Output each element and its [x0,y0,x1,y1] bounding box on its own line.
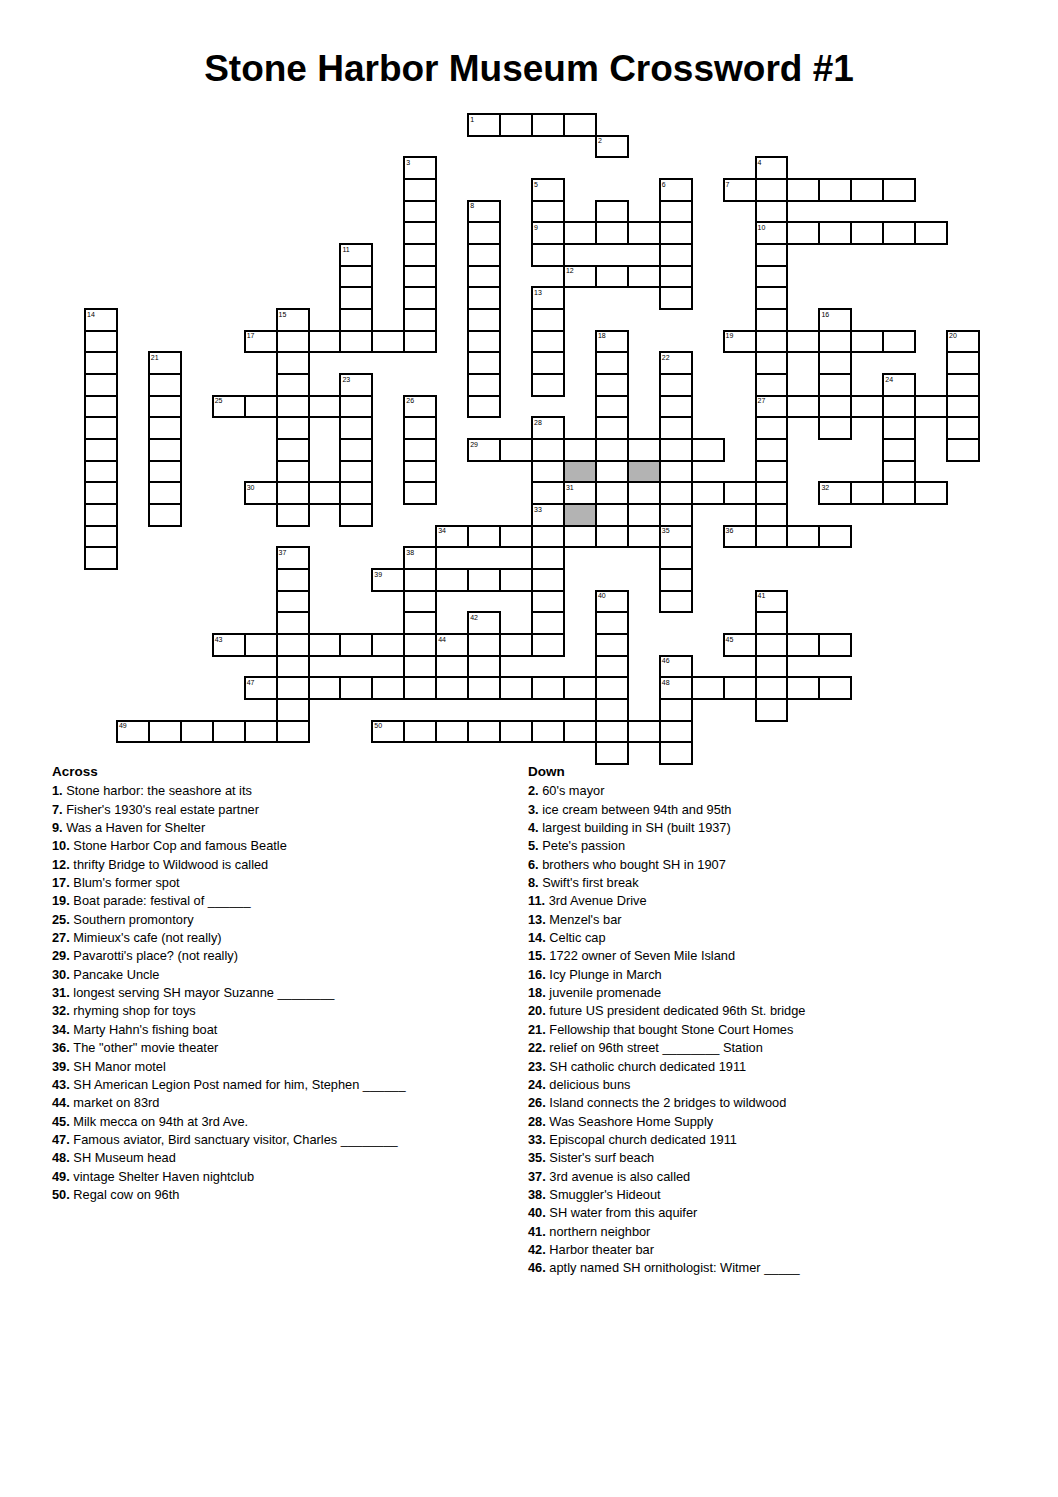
grid-cell[interactable] [403,460,437,484]
down-clue-list: Down 2. 60's mayor3. ice cream between 9… [528,763,1028,1278]
cell-number-31: 31 [566,484,574,491]
grid-cell[interactable] [659,243,693,267]
grid-cell[interactable] [403,265,437,289]
grid-cell[interactable] [659,438,693,462]
grid-cell[interactable] [403,438,437,462]
cell-number-18: 18 [598,332,606,339]
grid-cell[interactable] [499,676,533,700]
grid-cell[interactable] [595,265,629,289]
grid-cell[interactable] [595,373,629,397]
grid-cell[interactable] [595,633,629,657]
grid-cell[interactable] [467,351,501,375]
grid-cell[interactable] [627,265,661,289]
grid-cell[interactable] [755,611,789,635]
cell-number-36: 36 [726,527,734,534]
grid-cell[interactable] [467,568,501,592]
grid-cell[interactable] [850,330,884,354]
grid-cell[interactable] [818,633,852,657]
grid-cell[interactable] [755,655,789,679]
grid-cell[interactable] [659,590,693,614]
clue-down-40: 40. SH water from this aquifer [528,1204,1028,1222]
grid-cell[interactable] [339,308,373,332]
grid-cell[interactable] [882,330,916,354]
grid-cell[interactable] [946,373,980,397]
grid-cell[interactable] [786,221,820,245]
grid-cell[interactable] [627,438,661,462]
grid-cell[interactable] [818,221,852,245]
grid-cell[interactable] [882,395,916,419]
grid-cell[interactable] [946,395,980,419]
grid-cell[interactable] [531,438,565,462]
clue-down-14: 14. Celtic cap [528,929,1028,947]
grid-cell[interactable] [563,438,597,462]
grid-cell[interactable] [308,395,342,419]
grid-cell[interactable] [659,416,693,440]
grid-cell[interactable] [339,265,373,289]
grid-cell[interactable] [755,286,789,310]
grid-cell[interactable] [499,633,533,657]
grid-cell[interactable] [84,395,118,419]
grid-cell[interactable] [595,438,629,462]
clue-across-7: 7. Fisher's 1930's real estate partner [52,801,522,819]
grid-cell[interactable] [946,351,980,375]
cell-number-2: 2 [598,137,602,144]
grid-cell[interactable] [531,308,565,332]
grid-cell[interactable] [276,720,310,744]
cell-number-38: 38 [406,549,414,556]
grid-cell[interactable] [148,503,182,527]
grid-cell[interactable] [531,351,565,375]
grid-cell[interactable] [659,395,693,419]
grid-cell[interactable] [371,633,405,657]
grid-cell[interactable] [659,741,693,765]
clue-across-27: 27. Mimieux's cafe (not really) [52,929,522,947]
grid-cell[interactable] [339,438,373,462]
cell-number-20: 20 [949,332,957,339]
grid-cell[interactable] [627,481,661,505]
grid-cell[interactable] [244,720,278,744]
grid-cell[interactable] [84,546,118,570]
grid-cell[interactable] [403,633,437,657]
cell-number-25: 25 [215,397,223,404]
grid-cell[interactable] [403,611,437,635]
grid-cell[interactable] [818,330,852,354]
grid-cell[interactable] [755,676,789,700]
cell-number-1: 1 [470,116,474,123]
grid-cell[interactable] [627,221,661,245]
grid-cell[interactable] [755,243,789,267]
grid-cell[interactable] [755,265,789,289]
grid-cell[interactable] [467,720,501,744]
grid-cell[interactable] [276,676,310,700]
grid-cell[interactable] [403,308,437,332]
grid-cell[interactable] [467,373,501,397]
grid-cell[interactable] [755,373,789,397]
grid-cell[interactable] [308,481,342,505]
grid-cell[interactable] [595,460,629,484]
cell-number-35: 35 [662,527,670,534]
cell-number-46: 46 [662,657,670,664]
grid-cell[interactable] [786,633,820,657]
cell-number-14: 14 [87,311,95,318]
grid-cell[interactable] [84,525,118,549]
grid-cell[interactable] [371,676,405,700]
grid-cell[interactable] [659,373,693,397]
grid-cell[interactable] [531,373,565,397]
grid-cell[interactable] [84,481,118,505]
clue-down-5: 5. Pete's passion [528,837,1028,855]
grid-cell[interactable] [339,460,373,484]
grid-cell[interactable] [755,200,789,224]
grid-cell[interactable] [914,221,948,245]
clue-across-1: 1. Stone harbor: the seashore at its [52,782,522,800]
cell-number-3: 3 [406,159,410,166]
grid-cell[interactable] [563,676,597,700]
grid-cell[interactable] [755,308,789,332]
grid-cell[interactable] [946,416,980,440]
grid-cell[interactable] [755,503,789,527]
grid-cell[interactable] [531,243,565,267]
grid-cell[interactable] [563,113,597,137]
clue-across-29: 29. Pavarotti's place? (not really) [52,947,522,965]
grid-cell[interactable] [595,351,629,375]
grid-cell[interactable] [595,503,629,527]
grid-cell[interactable] [691,438,725,462]
grid-cell[interactable] [148,720,182,744]
across-clues-container: 1. Stone harbor: the seashore at its7. F… [52,782,522,1204]
grid-cell[interactable] [339,633,373,657]
cell-number-49: 49 [119,722,127,729]
grid-cell[interactable] [818,395,852,419]
grid-cell[interactable] [276,481,310,505]
grid-cell[interactable] [371,330,405,354]
grid-cell[interactable] [659,568,693,592]
grid-cell[interactable] [563,720,597,744]
clue-down-41: 41. northern neighbor [528,1223,1028,1241]
grid-cell[interactable] [244,633,278,657]
grid-cell[interactable] [499,438,533,462]
grid-cell[interactable] [691,481,725,505]
grid-cell[interactable] [276,351,310,375]
grid-cell[interactable] [850,481,884,505]
cell-number-42: 42 [470,614,478,621]
grid-cell[interactable] [786,330,820,354]
grid-cell[interactable] [403,200,437,224]
clue-across-50: 50. Regal cow on 96th [52,1186,522,1204]
grid-cell[interactable] [659,265,693,289]
grid-cell[interactable] [308,676,342,700]
grid-cell[interactable] [467,525,501,549]
grid-cell[interactable] [882,178,916,202]
grid-cell[interactable] [84,351,118,375]
grid-cell[interactable] [276,460,310,484]
grid-cell[interactable] [403,481,437,505]
grid-cell[interactable] [531,676,565,700]
grid-cell[interactable] [755,416,789,440]
clue-across-48: 48. SH Museum head [52,1149,522,1167]
grid-cell[interactable] [946,438,980,462]
clue-across-9: 9. Was a Haven for Shelter [52,819,522,837]
grid-cell[interactable] [723,481,757,505]
cell-number-30: 30 [247,484,255,491]
clue-across-25: 25. Southern promontory [52,911,522,929]
grid-cell[interactable] [276,655,310,679]
grid-cell[interactable] [435,676,469,700]
grid-cell[interactable] [914,481,948,505]
grid-cell[interactable] [723,676,757,700]
grid-cell[interactable] [659,221,693,245]
grid-cell[interactable] [339,330,373,354]
grid-cell[interactable] [499,525,533,549]
grid-cell[interactable] [403,416,437,440]
grid-cell[interactable] [850,221,884,245]
cell-number-13: 13 [534,289,542,296]
grid-cell[interactable] [595,416,629,440]
grid-cell[interactable] [467,308,501,332]
cell-number-28: 28 [534,419,542,426]
grid-cell[interactable] [659,503,693,527]
grid-cell[interactable] [276,416,310,440]
grid-cell[interactable] [595,676,629,700]
grid-cell[interactable] [499,113,533,137]
grid-cell[interactable] [691,676,725,700]
grid-cell[interactable] [531,330,565,354]
grid-cell-shaded [563,503,597,527]
clue-down-26: 26. Island connects the 2 bridges to wil… [528,1094,1028,1112]
grid-cell[interactable] [148,416,182,440]
grid-cell[interactable] [499,568,533,592]
grid-cell[interactable] [595,655,629,679]
grid-cell[interactable] [595,525,629,549]
grid-cell[interactable] [914,395,948,419]
grid-cell[interactable] [755,330,789,354]
grid-cell[interactable] [276,633,310,657]
grid-cell[interactable] [595,200,629,224]
grid-cell[interactable] [755,481,789,505]
grid-cell[interactable] [882,438,916,462]
clue-down-11: 11. 3rd Avenue Drive [528,892,1028,910]
grid-cell[interactable] [403,676,437,700]
cell-number-10: 10 [758,224,766,231]
down-heading: Down [528,763,1028,781]
grid-cell[interactable] [339,286,373,310]
grid-cell[interactable] [595,481,629,505]
cell-number-19: 19 [726,332,734,339]
grid-cell[interactable] [435,568,469,592]
grid-cell[interactable] [755,460,789,484]
grid-cell[interactable] [308,330,342,354]
grid-cell[interactable] [148,395,182,419]
grid-cell[interactable] [339,503,373,527]
grid-cell[interactable] [659,286,693,310]
grid-cell[interactable] [882,460,916,484]
grid-cell[interactable] [818,416,852,440]
grid-cell[interactable] [627,503,661,527]
grid-cell[interactable] [276,568,310,592]
grid-cell[interactable] [755,178,789,202]
clue-across-34: 34. Marty Hahn's fishing boat [52,1021,522,1039]
grid-cell[interactable] [786,525,820,549]
grid-cell[interactable] [244,395,278,419]
grid-cell[interactable] [818,178,852,202]
grid-cell[interactable] [467,655,501,679]
across-clue-list: Across 1. Stone harbor: the seashore at … [52,763,522,1204]
grid-cell[interactable] [755,351,789,375]
grid-cell[interactable] [339,676,373,700]
grid-cell[interactable] [595,741,629,765]
grid-cell[interactable] [276,438,310,462]
clue-down-22: 22. relief on 96th street ________ Stati… [528,1039,1028,1057]
clue-across-31: 31. longest serving SH mayor Suzanne ___… [52,984,522,1002]
grid-cell[interactable] [84,330,118,354]
grid-cell[interactable] [531,611,565,635]
grid-cell[interactable] [531,113,565,137]
cell-number-37: 37 [279,549,287,556]
clue-down-16: 16. Icy Plunge in March [528,966,1028,984]
grid-cell[interactable] [755,698,789,722]
grid-cell[interactable] [467,265,501,289]
grid-cell[interactable] [276,373,310,397]
grid-cell[interactable] [403,590,437,614]
grid-cell[interactable] [84,373,118,397]
grid-cell[interactable] [531,720,565,744]
clue-down-15: 15. 1722 owner of Seven Mile Island [528,947,1028,965]
grid-cell[interactable] [755,633,789,657]
grid-cell[interactable] [755,438,789,462]
grid-cell[interactable] [786,178,820,202]
grid-cell[interactable] [339,481,373,505]
grid-cell[interactable] [818,373,852,397]
grid-cell[interactable] [467,330,501,354]
grid-cell[interactable] [818,676,852,700]
grid-cell[interactable] [84,438,118,462]
cell-number-5: 5 [534,181,538,188]
grid-cell[interactable] [563,221,597,245]
grid-cell[interactable] [595,698,629,722]
grid-cell[interactable] [467,676,501,700]
grid-cell[interactable] [403,243,437,267]
clue-down-3: 3. ice cream between 94th and 95th [528,801,1028,819]
grid-cell[interactable] [403,221,437,245]
grid-cell[interactable] [595,720,629,744]
grid-cell-shaded [563,460,597,484]
cell-number-9: 9 [534,224,538,231]
grid-cell[interactable] [339,416,373,440]
grid-cell[interactable] [659,546,693,570]
grid-cell[interactable] [531,525,565,549]
grid-cell[interactable] [659,460,693,484]
grid-cell[interactable] [276,395,310,419]
grid-cell[interactable] [531,590,565,614]
grid-cell[interactable] [148,481,182,505]
grid-cell[interactable] [659,698,693,722]
clue-across-32: 32. rhyming shop for toys [52,1002,522,1020]
grid-cell[interactable] [531,200,565,224]
grid-cell[interactable] [276,330,310,354]
grid-cell[interactable] [148,438,182,462]
grid-cell[interactable] [882,481,916,505]
cell-number-29: 29 [470,441,478,448]
grid-cell[interactable] [595,395,629,419]
grid-cell[interactable] [467,243,501,267]
grid-cell[interactable] [276,698,310,722]
grid-cell[interactable] [148,373,182,397]
grid-cell[interactable] [276,590,310,614]
clue-down-28: 28. Was Seashore Home Supply [528,1113,1028,1131]
grid-cell[interactable] [531,633,565,657]
grid-cell[interactable] [403,568,437,592]
clue-across-17: 17. Blum's former spot [52,874,522,892]
grid-cell[interactable] [499,720,533,744]
cell-number-23: 23 [342,376,350,383]
grid-cell[interactable] [276,611,310,635]
grid-cell[interactable] [84,460,118,484]
clue-across-19: 19. Boat parade: festival of ______ [52,892,522,910]
grid-cell[interactable] [467,633,501,657]
grid-cell[interactable] [403,286,437,310]
clue-down-20: 20. future US president dedicated 96th S… [528,1002,1028,1020]
grid-cell[interactable] [403,178,437,202]
clue-down-46: 46. aptly named SH ornithologist: Witmer… [528,1259,1028,1277]
grid-cell[interactable] [882,221,916,245]
grid-cell[interactable] [659,481,693,505]
grid-cell[interactable] [786,395,820,419]
grid-cell[interactable] [180,720,214,744]
grid-cell[interactable] [850,395,884,419]
grid-cell[interactable] [818,351,852,375]
grid-cell[interactable] [403,655,437,679]
down-clues-container: 2. 60's mayor3. ice cream between 94th a… [528,782,1028,1277]
grid-cell[interactable] [84,503,118,527]
cell-number-26: 26 [406,397,414,404]
grid-cell[interactable] [467,395,501,419]
grid-cell[interactable] [531,481,565,505]
grid-cell[interactable] [403,330,437,354]
grid-cell[interactable] [627,720,661,744]
cell-number-43: 43 [215,636,223,643]
grid-cell[interactable] [339,395,373,419]
grid-cell[interactable] [212,720,246,744]
grid-cell[interactable] [467,286,501,310]
grid-cell[interactable] [850,178,884,202]
grid-cell[interactable] [531,568,565,592]
clue-down-4: 4. largest building in SH (built 1937) [528,819,1028,837]
grid-cell[interactable] [531,460,565,484]
grid-cell[interactable] [84,416,118,440]
grid-cell[interactable] [563,525,597,549]
grid-cell[interactable] [595,221,629,245]
grid-cell[interactable] [276,503,310,527]
clue-down-13: 13. Menzel's bar [528,911,1028,929]
grid-cell[interactable] [595,611,629,635]
grid-cell[interactable] [148,460,182,484]
cell-number-32: 32 [821,484,829,491]
crossword-grid: 1234567891011121314151617181920212223242… [84,113,978,763]
grid-cell[interactable] [467,221,501,245]
grid-cell[interactable] [786,676,820,700]
grid-cell[interactable] [882,416,916,440]
grid-cell[interactable] [659,720,693,744]
grid-cell[interactable] [818,525,852,549]
grid-cell[interactable] [755,525,789,549]
grid-cell[interactable] [531,546,565,570]
grid-cell[interactable] [308,633,342,657]
grid-cell[interactable] [435,720,469,744]
clue-across-44: 44. market on 83rd [52,1094,522,1112]
grid-cell[interactable] [627,525,661,549]
grid-cell[interactable] [403,720,437,744]
grid-cell[interactable] [659,200,693,224]
